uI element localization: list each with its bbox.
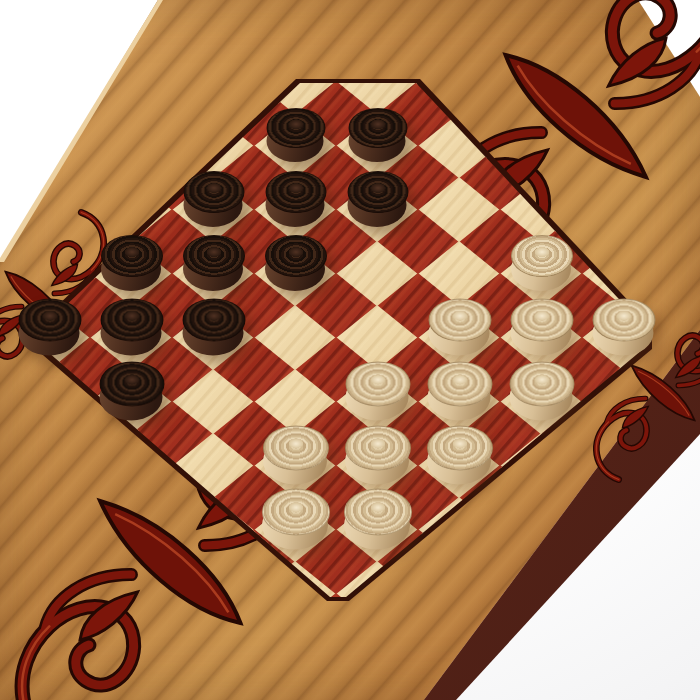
- checker-piece-light[interactable]: [344, 501, 410, 550]
- piece-top-rings: [100, 362, 165, 407]
- checker-piece-dark[interactable]: [183, 311, 244, 356]
- piece-top-rings: [429, 299, 492, 342]
- piece-top-rings: [101, 235, 163, 277]
- checker-piece-light[interactable]: [511, 311, 572, 356]
- piece-top-rings: [184, 171, 245, 213]
- piece-top-rings: [346, 362, 411, 407]
- piece-top-rings: [266, 171, 327, 213]
- checker-piece-light[interactable]: [346, 374, 409, 421]
- piece-top-rings: [593, 299, 656, 342]
- checker-piece-light[interactable]: [263, 438, 327, 485]
- piece-top-rings: [19, 299, 82, 342]
- checker-piece-dark[interactable]: [100, 374, 163, 421]
- checker-piece-light[interactable]: [510, 374, 573, 421]
- checker-piece-dark[interactable]: [266, 183, 325, 227]
- piece-top-rings: [267, 108, 326, 148]
- piece-top-rings: [263, 426, 329, 471]
- checker-piece-dark[interactable]: [349, 120, 406, 162]
- piece-top-rings: [427, 426, 493, 471]
- checker-piece-dark[interactable]: [184, 183, 243, 227]
- piece-top-rings: [183, 235, 245, 277]
- piece-top-rings: [262, 489, 330, 536]
- piece-top-rings: [349, 108, 408, 148]
- piece-top-rings: [345, 426, 411, 471]
- checker-piece-dark[interactable]: [183, 247, 243, 291]
- checker-piece-dark[interactable]: [101, 247, 161, 291]
- piece-top-rings: [348, 171, 409, 213]
- piece-top-rings: [101, 299, 164, 342]
- checker-piece-light[interactable]: [429, 311, 490, 356]
- checker-piece-light[interactable]: [593, 311, 654, 356]
- piece-top-rings: [265, 235, 327, 277]
- checker-piece-dark[interactable]: [101, 311, 162, 356]
- photo-stage: [0, 0, 700, 700]
- piece-top-rings: [511, 299, 574, 342]
- checker-piece-light[interactable]: [511, 247, 571, 291]
- checker-piece-dark[interactable]: [19, 311, 80, 356]
- checker-piece-light[interactable]: [428, 374, 491, 421]
- checker-piece-light[interactable]: [262, 501, 328, 550]
- checker-piece-dark[interactable]: [348, 183, 407, 227]
- piece-top-rings: [344, 489, 412, 536]
- piece-top-rings: [510, 362, 575, 407]
- checker-piece-dark[interactable]: [265, 247, 325, 291]
- piece-top-rings: [428, 362, 493, 407]
- checker-piece-light[interactable]: [345, 438, 409, 485]
- piece-top-rings: [183, 299, 246, 342]
- checker-piece-light[interactable]: [427, 438, 491, 485]
- piece-top-rings: [511, 235, 573, 277]
- checker-piece-dark[interactable]: [267, 120, 324, 162]
